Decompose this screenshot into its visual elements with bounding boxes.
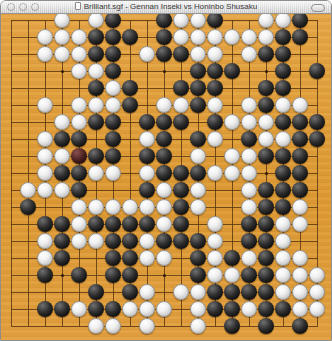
black-stone[interactable] <box>258 80 274 96</box>
black-stone[interactable] <box>54 165 70 181</box>
white-stone[interactable] <box>275 250 291 266</box>
white-stone[interactable] <box>292 250 308 266</box>
white-stone[interactable] <box>105 165 121 181</box>
black-stone[interactable] <box>54 250 70 266</box>
white-stone[interactable] <box>190 29 206 45</box>
white-stone[interactable] <box>37 131 53 147</box>
white-stone[interactable] <box>37 182 53 198</box>
white-stone[interactable] <box>275 14 291 28</box>
white-stone[interactable] <box>190 284 206 300</box>
black-stone[interactable] <box>258 46 274 62</box>
white-stone[interactable] <box>224 267 240 283</box>
white-stone[interactable] <box>71 29 87 45</box>
black-stone[interactable] <box>275 46 291 62</box>
black-stone[interactable] <box>156 148 172 164</box>
black-stone[interactable] <box>122 284 138 300</box>
white-stone[interactable] <box>139 233 155 249</box>
black-stone[interactable] <box>173 199 189 215</box>
white-stone[interactable] <box>71 216 87 232</box>
black-stone[interactable] <box>241 216 257 232</box>
white-stone[interactable] <box>241 199 257 215</box>
title-bar[interactable]: Brilliant.sgf - Gennan Inseki vs Honinbo… <box>1 1 331 14</box>
black-stone[interactable] <box>105 216 121 232</box>
black-stone[interactable] <box>156 14 172 28</box>
black-stone[interactable] <box>275 182 291 198</box>
black-stone[interactable] <box>54 233 70 249</box>
black-stone[interactable] <box>275 199 291 215</box>
black-stone[interactable] <box>88 46 104 62</box>
white-stone[interactable] <box>190 182 206 198</box>
black-stone[interactable] <box>207 14 223 28</box>
white-stone[interactable] <box>71 63 87 79</box>
white-stone[interactable] <box>54 148 70 164</box>
black-stone[interactable] <box>88 80 104 96</box>
black-stone[interactable] <box>275 114 291 130</box>
white-stone[interactable] <box>71 114 87 130</box>
black-stone[interactable] <box>241 131 257 147</box>
white-stone[interactable] <box>292 267 308 283</box>
black-stone[interactable] <box>71 131 87 147</box>
black-stone[interactable] <box>173 233 189 249</box>
black-stone[interactable] <box>88 301 104 317</box>
white-stone[interactable] <box>88 14 104 28</box>
white-stone[interactable] <box>139 46 155 62</box>
white-stone[interactable] <box>309 267 325 283</box>
white-stone[interactable] <box>207 29 223 45</box>
white-stone[interactable] <box>156 182 172 198</box>
white-stone[interactable] <box>292 301 308 317</box>
black-stone[interactable] <box>139 148 155 164</box>
black-stone[interactable] <box>37 216 53 232</box>
white-stone[interactable] <box>241 148 257 164</box>
white-stone[interactable] <box>241 250 257 266</box>
black-stone[interactable] <box>292 148 308 164</box>
black-stone[interactable] <box>258 318 274 334</box>
black-stone[interactable] <box>173 80 189 96</box>
white-stone[interactable] <box>88 233 104 249</box>
white-stone[interactable] <box>190 14 206 28</box>
black-stone[interactable] <box>88 284 104 300</box>
black-stone[interactable] <box>258 301 274 317</box>
black-stone[interactable] <box>241 284 257 300</box>
black-stone[interactable] <box>292 318 308 334</box>
white-stone[interactable] <box>190 46 206 62</box>
white-stone[interactable] <box>88 165 104 181</box>
white-stone[interactable] <box>258 29 274 45</box>
black-stone[interactable] <box>105 267 121 283</box>
black-stone[interactable] <box>292 114 308 130</box>
black-stone[interactable] <box>224 250 240 266</box>
black-stone[interactable] <box>309 114 325 130</box>
black-stone[interactable] <box>105 148 121 164</box>
black-stone[interactable] <box>122 80 138 96</box>
white-stone[interactable] <box>54 29 70 45</box>
white-stone[interactable] <box>105 97 121 113</box>
star-point <box>163 274 166 277</box>
black-stone[interactable] <box>292 14 308 28</box>
white-stone[interactable] <box>122 301 138 317</box>
black-stone[interactable] <box>258 233 274 249</box>
black-stone[interactable] <box>173 46 189 62</box>
black-stone[interactable] <box>275 148 291 164</box>
white-stone[interactable] <box>54 182 70 198</box>
black-stone[interactable] <box>207 284 223 300</box>
white-stone[interactable] <box>224 114 240 130</box>
white-stone[interactable] <box>88 199 104 215</box>
white-stone[interactable] <box>292 97 308 113</box>
app-window: Brilliant.sgf - Gennan Inseki vs Honinbo… <box>0 0 332 341</box>
black-stone[interactable] <box>292 182 308 198</box>
black-stone[interactable] <box>122 250 138 266</box>
white-stone[interactable] <box>88 97 104 113</box>
black-stone[interactable] <box>207 63 223 79</box>
document-icon <box>75 2 81 10</box>
white-stone[interactable] <box>275 267 291 283</box>
black-stone[interactable] <box>139 216 155 232</box>
star-point <box>61 274 64 277</box>
black-stone[interactable] <box>258 182 274 198</box>
black-stone[interactable] <box>292 131 308 147</box>
white-stone[interactable] <box>207 216 223 232</box>
black-stone[interactable] <box>88 216 104 232</box>
black-stone[interactable] <box>258 97 274 113</box>
black-stone[interactable] <box>105 301 121 317</box>
black-stone[interactable] <box>173 182 189 198</box>
black-stone[interactable] <box>139 114 155 130</box>
black-stone[interactable] <box>105 46 121 62</box>
white-stone[interactable] <box>88 63 104 79</box>
white-stone[interactable] <box>309 301 325 317</box>
black-stone[interactable] <box>37 267 53 283</box>
black-stone[interactable] <box>88 29 104 45</box>
black-stone[interactable] <box>105 114 121 130</box>
white-stone[interactable] <box>71 233 87 249</box>
white-stone[interactable] <box>190 199 206 215</box>
black-stone[interactable] <box>292 165 308 181</box>
white-stone[interactable] <box>139 250 155 266</box>
black-stone-last-move[interactable] <box>71 148 87 164</box>
black-stone[interactable] <box>37 301 53 317</box>
white-stone[interactable] <box>71 46 87 62</box>
black-stone[interactable] <box>173 165 189 181</box>
black-stone[interactable] <box>122 97 138 113</box>
black-stone[interactable] <box>105 250 121 266</box>
black-stone[interactable] <box>258 199 274 215</box>
black-stone[interactable] <box>258 250 274 266</box>
black-stone[interactable] <box>207 80 223 96</box>
black-stone[interactable] <box>190 131 206 147</box>
white-stone[interactable] <box>207 46 223 62</box>
black-stone[interactable] <box>224 318 240 334</box>
white-stone[interactable] <box>139 165 155 181</box>
white-stone[interactable] <box>241 301 257 317</box>
black-stone[interactable] <box>105 29 121 45</box>
black-stone[interactable] <box>105 14 121 28</box>
white-stone[interactable] <box>241 97 257 113</box>
white-stone[interactable] <box>71 199 87 215</box>
white-stone[interactable] <box>54 46 70 62</box>
black-stone[interactable] <box>309 131 325 147</box>
white-stone[interactable] <box>275 131 291 147</box>
white-stone[interactable] <box>275 233 291 249</box>
black-stone[interactable] <box>71 165 87 181</box>
white-stone[interactable] <box>37 46 53 62</box>
white-stone[interactable] <box>190 301 206 317</box>
white-stone[interactable] <box>156 97 172 113</box>
black-stone[interactable] <box>275 165 291 181</box>
white-stone[interactable] <box>71 301 87 317</box>
white-stone[interactable] <box>207 267 223 283</box>
white-stone[interactable] <box>309 284 325 300</box>
black-stone[interactable] <box>275 63 291 79</box>
black-stone[interactable] <box>190 267 206 283</box>
window-title: Brilliant.sgf - Gennan Inseki vs Honinbo… <box>1 1 331 13</box>
black-stone[interactable] <box>275 80 291 96</box>
black-stone[interactable] <box>88 148 104 164</box>
black-stone[interactable] <box>224 284 240 300</box>
black-stone[interactable] <box>156 233 172 249</box>
black-stone[interactable] <box>71 182 87 198</box>
star-point <box>265 172 268 175</box>
black-stone[interactable] <box>173 114 189 130</box>
white-stone[interactable] <box>37 250 53 266</box>
black-stone[interactable] <box>156 29 172 45</box>
white-stone[interactable] <box>258 131 274 147</box>
white-stone[interactable] <box>105 318 121 334</box>
white-stone[interactable] <box>173 14 189 28</box>
white-stone[interactable] <box>173 97 189 113</box>
white-stone[interactable] <box>207 250 223 266</box>
white-stone[interactable] <box>20 182 36 198</box>
white-stone[interactable] <box>224 165 240 181</box>
black-stone[interactable] <box>54 216 70 232</box>
black-stone[interactable] <box>105 63 121 79</box>
white-stone[interactable] <box>156 199 172 215</box>
black-stone[interactable] <box>224 63 240 79</box>
white-stone[interactable] <box>156 216 172 232</box>
black-stone[interactable] <box>122 216 138 232</box>
black-stone[interactable] <box>241 267 257 283</box>
white-stone[interactable] <box>54 14 70 28</box>
black-stone[interactable] <box>54 301 70 317</box>
black-stone[interactable] <box>105 233 121 249</box>
black-stone[interactable] <box>190 63 206 79</box>
white-stone[interactable] <box>139 318 155 334</box>
black-stone[interactable] <box>190 97 206 113</box>
white-stone[interactable] <box>37 97 53 113</box>
black-stone[interactable] <box>173 216 189 232</box>
black-stone[interactable] <box>207 114 223 130</box>
white-stone[interactable] <box>190 318 206 334</box>
black-stone[interactable] <box>105 131 121 147</box>
white-stone[interactable] <box>241 165 257 181</box>
black-stone[interactable] <box>275 29 291 45</box>
white-stone[interactable] <box>207 233 223 249</box>
black-stone[interactable] <box>156 131 172 147</box>
black-stone[interactable] <box>258 148 274 164</box>
white-stone[interactable] <box>258 114 274 130</box>
black-stone[interactable] <box>20 199 36 215</box>
white-stone[interactable] <box>105 199 121 215</box>
white-stone[interactable] <box>190 148 206 164</box>
white-stone[interactable] <box>224 29 240 45</box>
black-stone[interactable] <box>156 46 172 62</box>
black-stone[interactable] <box>54 131 70 147</box>
white-stone[interactable] <box>71 97 87 113</box>
white-stone[interactable] <box>275 284 291 300</box>
white-stone[interactable] <box>156 250 172 266</box>
black-stone[interactable] <box>190 165 206 181</box>
white-stone[interactable] <box>139 301 155 317</box>
black-stone[interactable] <box>275 301 291 317</box>
window-title-text: Brilliant.sgf - Gennan Inseki vs Honinbo… <box>84 2 257 11</box>
white-stone[interactable] <box>241 114 257 130</box>
white-stone[interactable] <box>292 284 308 300</box>
black-stone[interactable] <box>122 267 138 283</box>
star-point <box>265 70 268 73</box>
star-point <box>61 70 64 73</box>
white-stone[interactable] <box>292 199 308 215</box>
white-stone[interactable] <box>37 148 53 164</box>
white-stone[interactable] <box>105 80 121 96</box>
black-stone[interactable] <box>309 63 325 79</box>
white-stone[interactable] <box>224 148 240 164</box>
black-stone[interactable] <box>258 267 274 283</box>
white-stone[interactable] <box>258 14 274 28</box>
white-stone[interactable] <box>139 284 155 300</box>
white-stone[interactable] <box>207 165 223 181</box>
black-stone[interactable] <box>258 216 274 232</box>
white-stone[interactable] <box>173 29 189 45</box>
white-stone[interactable] <box>292 216 308 232</box>
black-stone[interactable] <box>156 165 172 181</box>
go-board[interactable] <box>1 14 332 341</box>
black-stone[interactable] <box>207 301 223 317</box>
white-stone[interactable] <box>139 199 155 215</box>
white-stone[interactable] <box>241 182 257 198</box>
white-stone[interactable] <box>275 216 291 232</box>
white-stone[interactable] <box>37 233 53 249</box>
black-stone[interactable] <box>190 233 206 249</box>
black-stone[interactable] <box>190 250 206 266</box>
white-stone[interactable] <box>88 318 104 334</box>
black-stone[interactable] <box>258 284 274 300</box>
toolbar-toggle-button[interactable] <box>311 4 325 12</box>
white-stone[interactable] <box>156 301 172 317</box>
black-stone[interactable] <box>224 301 240 317</box>
white-stone[interactable] <box>207 131 223 147</box>
white-stone[interactable] <box>37 165 53 181</box>
star-point <box>163 70 166 73</box>
white-stone[interactable] <box>54 114 70 130</box>
black-stone[interactable] <box>139 182 155 198</box>
black-stone[interactable] <box>156 114 172 130</box>
black-stone[interactable] <box>241 233 257 249</box>
white-stone[interactable] <box>139 131 155 147</box>
black-stone[interactable] <box>190 80 206 96</box>
black-stone[interactable] <box>122 29 138 45</box>
white-stone[interactable] <box>122 199 138 215</box>
white-stone[interactable] <box>207 97 223 113</box>
white-stone[interactable] <box>275 97 291 113</box>
black-stone[interactable] <box>122 233 138 249</box>
black-stone[interactable] <box>292 29 308 45</box>
white-stone[interactable] <box>173 284 189 300</box>
white-stone[interactable] <box>241 29 257 45</box>
black-stone[interactable] <box>71 267 87 283</box>
white-stone[interactable] <box>241 46 257 62</box>
black-stone[interactable] <box>88 114 104 130</box>
white-stone[interactable] <box>37 29 53 45</box>
